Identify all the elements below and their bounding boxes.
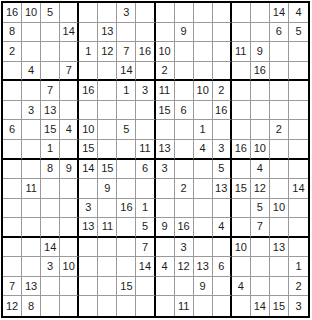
cell-r3c5[interactable]: 1 [79,42,98,62]
cell-r7c2[interactable] [22,120,41,140]
cell-r3c2[interactable] [22,42,41,62]
cell-r12c11[interactable] [194,218,213,238]
given-digit: 7 [123,46,129,57]
cell-r6c11[interactable] [194,101,213,121]
cell-r12c10[interactable]: 16 [175,218,194,238]
cell-r2c7[interactable] [117,23,136,43]
cell-r1c5[interactable] [79,3,98,23]
cell-r15c9[interactable] [156,277,175,297]
cell-r10c16[interactable]: 14 [289,179,308,199]
cell-r2c6[interactable]: 13 [98,23,117,43]
cell-r6c15[interactable] [270,101,289,121]
cell-r4c8[interactable] [136,62,155,82]
cell-r14c14[interactable] [251,257,270,277]
cell-r14c2[interactable] [22,257,41,277]
cell-r9c13[interactable] [232,160,251,180]
cell-r16c6[interactable] [98,296,117,316]
cell-r3c16[interactable] [289,42,308,62]
given-digit: 14 [63,26,75,37]
cell-r2c11[interactable] [194,23,213,43]
cell-r15c1[interactable]: 7 [3,277,22,297]
cell-r2c16[interactable]: 5 [289,23,308,43]
cell-r6c2[interactable]: 3 [22,101,41,121]
cell-r16c8[interactable] [136,296,155,316]
cell-r5c3[interactable]: 7 [41,81,60,101]
cell-r15c4[interactable] [60,277,79,297]
cell-r16c5[interactable] [79,296,98,316]
cell-r8c3[interactable]: 1 [41,140,60,160]
cell-r11c13[interactable] [232,199,251,219]
cell-r7c16[interactable] [289,120,308,140]
cell-r3c12[interactable] [213,42,232,62]
cell-r11c7[interactable]: 16 [117,199,136,219]
cell-r13c11[interactable] [194,238,213,258]
cell-r1c13[interactable] [232,3,251,23]
cell-r2c3[interactable] [41,23,60,43]
cell-r4c2[interactable]: 4 [22,62,41,82]
cell-r16c1[interactable]: 12 [3,296,22,316]
given-digit: 6 [142,163,148,174]
cell-r6c4[interactable] [60,101,79,121]
cell-r8c7[interactable] [117,140,136,160]
cell-r13c6[interactable] [98,238,117,258]
given-digit: 7 [142,242,148,253]
given-digit: 6 [181,105,187,116]
cell-r12c4[interactable] [60,218,79,238]
given-digit: 15 [101,163,113,174]
cell-r6c1[interactable] [3,101,22,121]
cell-r1c14[interactable] [251,3,270,23]
cell-r10c8[interactable] [136,179,155,199]
cell-r6c8[interactable] [136,101,155,121]
cell-r6c7[interactable] [117,101,136,121]
cell-r4c7[interactable]: 14 [117,62,136,82]
given-digit: 2 [161,65,167,76]
cell-r7c4[interactable]: 4 [60,120,79,140]
cell-r1c3[interactable]: 5 [41,3,60,23]
cell-r10c1[interactable] [3,179,22,199]
cell-r13c15[interactable]: 13 [270,238,289,258]
cell-r12c14[interactable]: 7 [251,218,270,238]
given-digit: 4 [66,124,72,135]
cell-r9c11[interactable] [194,160,213,180]
cell-r14c16[interactable]: 1 [289,257,308,277]
cell-r9c2[interactable] [22,160,41,180]
cell-r10c3[interactable] [41,179,60,199]
cell-r9c5[interactable]: 14 [79,160,98,180]
given-digit: 1 [200,124,206,135]
given-digit: 14 [292,183,304,194]
given-digit: 3 [28,105,34,116]
cell-r9c1[interactable] [3,160,22,180]
cell-r7c14[interactable] [251,120,270,140]
cell-r3c11[interactable] [194,42,213,62]
cell-r15c8[interactable] [136,277,155,297]
cell-r8c6[interactable] [98,140,117,160]
cell-r13c3[interactable]: 14 [41,238,60,258]
cell-r13c12[interactable] [213,238,232,258]
cell-r9c3[interactable]: 8 [41,160,60,180]
cell-r5c13[interactable] [232,81,251,101]
cell-r2c15[interactable]: 6 [270,23,289,43]
cell-r2c2[interactable] [22,23,41,43]
cell-r14c6[interactable] [98,257,117,277]
cell-r4c4[interactable]: 7 [60,62,79,82]
cell-r14c13[interactable] [232,257,251,277]
cell-r4c6[interactable] [98,62,117,82]
cell-r9c8[interactable]: 6 [136,160,155,180]
cell-r16c2[interactable]: 8 [22,296,41,316]
cell-r4c16[interactable] [289,62,308,82]
cell-r9c16[interactable] [289,160,308,180]
cell-r8c9[interactable]: 13 [156,140,175,160]
cell-r14c3[interactable]: 3 [41,257,60,277]
cell-r4c9[interactable]: 2 [156,62,175,82]
given-digit: 6 [218,261,224,272]
cell-r16c12[interactable] [213,296,232,316]
given-digit: 9 [181,26,187,37]
given-digit: 14 [120,65,132,76]
cell-r13c13[interactable]: 10 [232,238,251,258]
cell-r11c3[interactable] [41,199,60,219]
cell-r5c7[interactable]: 1 [117,81,136,101]
given-digit: 9 [66,163,72,174]
cell-r13c16[interactable] [289,238,308,258]
given-digit: 4 [295,7,301,18]
cell-r10c7[interactable] [117,179,136,199]
cell-r16c16[interactable]: 3 [289,296,308,316]
cell-r13c1[interactable] [3,238,22,258]
cell-r9c14[interactable]: 4 [251,160,270,180]
given-digit: 5 [47,7,53,18]
cell-r9c12[interactable]: 5 [213,160,232,180]
given-digit: 11 [178,301,189,312]
cell-r13c7[interactable] [117,238,136,258]
cell-r10c13[interactable]: 15 [232,179,251,199]
cell-r12c3[interactable] [41,218,60,238]
cell-r15c7[interactable]: 15 [117,277,136,297]
given-digit: 16 [177,221,189,232]
given-digit: 1 [295,261,301,272]
cell-r15c16[interactable]: 2 [289,277,308,297]
cell-r2c9[interactable] [156,23,175,43]
cell-r11c12[interactable] [213,199,232,219]
cell-r8c1[interactable] [3,140,22,160]
cell-r15c6[interactable] [98,277,117,297]
cell-r10c4[interactable] [60,179,79,199]
cell-r16c3[interactable] [41,296,60,316]
cell-r2c10[interactable]: 9 [175,23,194,43]
cell-r1c6[interactable] [98,3,117,23]
cell-r7c3[interactable]: 15 [41,120,60,140]
cell-r5c14[interactable] [251,81,270,101]
cell-r11c8[interactable]: 1 [136,199,155,219]
cell-r12c5[interactable]: 13 [79,218,98,238]
cell-r15c12[interactable] [213,277,232,297]
given-digit: 14 [139,261,151,272]
cell-r8c2[interactable] [22,140,41,160]
cell-r10c9[interactable] [156,179,175,199]
cell-r11c2[interactable] [22,199,41,219]
cell-r16c14[interactable]: 14 [251,296,270,316]
cell-r8c4[interactable] [60,140,79,160]
cell-r15c5[interactable] [79,277,98,297]
cell-r11c11[interactable] [194,199,213,219]
cell-r5c15[interactable] [270,81,289,101]
cell-r4c10[interactable] [175,62,194,82]
cell-r15c15[interactable] [270,277,289,297]
cell-r4c14[interactable]: 16 [251,62,270,82]
cell-r15c10[interactable] [175,277,194,297]
cell-r5c10[interactable] [175,81,194,101]
cell-r13c8[interactable]: 7 [136,238,155,258]
cell-r7c10[interactable] [175,120,194,140]
given-digit: 15 [273,301,285,312]
cell-r6c16[interactable] [289,101,308,121]
cell-r15c2[interactable]: 13 [22,277,41,297]
cell-r1c1[interactable]: 16 [3,3,22,23]
cell-r10c5[interactable] [79,179,98,199]
cell-r2c14[interactable] [251,23,270,43]
cell-r12c1[interactable] [3,218,22,238]
cell-r5c4[interactable] [60,81,79,101]
cell-r4c12[interactable] [213,62,232,82]
cell-r14c1[interactable] [3,257,22,277]
given-digit: 3 [47,261,53,272]
cell-r4c11[interactable] [194,62,213,82]
cell-r5c12[interactable]: 2 [213,81,232,101]
cell-r1c16[interactable]: 4 [289,3,308,23]
cell-r2c4[interactable]: 14 [60,23,79,43]
given-digit: 2 [295,281,301,292]
given-digit: 12 [177,261,189,272]
cell-r9c9[interactable]: 3 [156,160,175,180]
cell-r11c14[interactable]: 5 [251,199,270,219]
cell-r15c13[interactable]: 4 [232,277,251,297]
cell-r14c9[interactable]: 4 [156,257,175,277]
cell-r1c10[interactable] [175,3,194,23]
cell-r7c9[interactable] [156,120,175,140]
cell-r16c10[interactable]: 11 [175,296,194,316]
cell-r13c10[interactable]: 3 [175,238,194,258]
cell-r12c15[interactable] [270,218,289,238]
cell-r10c6[interactable]: 9 [98,179,117,199]
cell-r8c15[interactable] [270,140,289,160]
cell-r15c3[interactable] [41,277,60,297]
cell-r9c7[interactable] [117,160,136,180]
given-digit: 3 [161,163,167,174]
cell-r3c6[interactable]: 12 [98,42,117,62]
cell-r7c12[interactable] [213,120,232,140]
cell-r14c7[interactable] [117,257,136,277]
cell-r2c13[interactable] [232,23,251,43]
cell-r14c4[interactable]: 10 [60,257,79,277]
cell-r5c1[interactable] [3,81,22,101]
given-digit: 7 [257,221,263,232]
cell-r4c3[interactable] [41,62,60,82]
cell-r12c12[interactable]: 4 [213,218,232,238]
given-digit: 4 [161,261,167,272]
cell-r12c6[interactable]: 11 [98,218,117,238]
cell-r13c4[interactable] [60,238,79,258]
cell-r16c4[interactable] [60,296,79,316]
cell-r11c4[interactable] [60,199,79,219]
cell-r6c12[interactable]: 16 [213,101,232,121]
given-digit: 13 [44,105,56,116]
cell-r6c13[interactable] [232,101,251,121]
cell-r3c13[interactable]: 11 [232,42,251,62]
cell-r5c6[interactable] [98,81,117,101]
cell-r1c9[interactable] [156,3,175,23]
given-digit: 4 [28,65,34,76]
cell-r3c10[interactable] [175,42,194,62]
cell-r7c5[interactable]: 10 [79,120,98,140]
cell-r2c8[interactable] [136,23,155,43]
given-digit: 11 [25,183,36,194]
cell-r11c9[interactable] [156,199,175,219]
given-digit: 11 [102,221,113,232]
given-digit: 12 [101,46,113,57]
given-digit: 11 [159,85,170,96]
cell-r10c10[interactable]: 2 [175,179,194,199]
cell-r5c11[interactable]: 10 [194,81,213,101]
cell-r14c10[interactable]: 12 [175,257,194,277]
given-digit: 7 [9,281,15,292]
cell-r12c2[interactable] [22,218,41,238]
cell-r11c15[interactable]: 10 [270,199,289,219]
cell-r4c13[interactable] [232,62,251,82]
cell-r7c1[interactable]: 6 [3,120,22,140]
cell-r4c15[interactable] [270,62,289,82]
cell-r10c12[interactable]: 13 [213,179,232,199]
cell-r13c5[interactable] [79,238,98,258]
cell-r7c8[interactable] [136,120,155,140]
cell-r13c9[interactable] [156,238,175,258]
given-digit: 16 [215,105,227,116]
cell-r7c7[interactable]: 5 [117,120,136,140]
given-digit: 1 [85,46,91,57]
cell-r16c9[interactable] [156,296,175,316]
cell-r6c14[interactable] [251,101,270,121]
cell-r8c16[interactable] [289,140,308,160]
cell-r12c16[interactable] [289,218,308,238]
cell-r9c15[interactable] [270,160,289,180]
cell-r3c1[interactable]: 2 [3,42,22,62]
cell-r7c15[interactable]: 2 [270,120,289,140]
cell-r7c13[interactable] [232,120,251,140]
cell-r12c8[interactable]: 5 [136,218,155,238]
cell-r8c5[interactable]: 15 [79,140,98,160]
cell-r16c15[interactable]: 15 [270,296,289,316]
cell-r15c11[interactable]: 9 [194,277,213,297]
cell-r8c8[interactable]: 11 [136,140,155,160]
cell-r16c7[interactable] [117,296,136,316]
cell-r1c12[interactable] [213,3,232,23]
cell-r1c11[interactable] [194,3,213,23]
cell-r9c6[interactable]: 15 [98,160,117,180]
cell-r15c14[interactable] [251,277,270,297]
cell-r5c2[interactable] [22,81,41,101]
cell-r10c11[interactable] [194,179,213,199]
cell-r14c12[interactable]: 6 [213,257,232,277]
cell-r1c8[interactable] [136,3,155,23]
cell-r6c3[interactable]: 13 [41,101,60,121]
cell-r7c6[interactable] [98,120,117,140]
cell-r9c4[interactable]: 9 [60,160,79,180]
cell-r9c10[interactable] [175,160,194,180]
cell-r3c9[interactable]: 10 [156,42,175,62]
cell-r11c10[interactable] [175,199,194,219]
cell-r3c8[interactable]: 16 [136,42,155,62]
given-digit: 3 [295,301,301,312]
cell-r11c5[interactable]: 3 [79,199,98,219]
cell-r1c4[interactable] [60,3,79,23]
cell-r14c11[interactable]: 13 [194,257,213,277]
cell-r11c1[interactable] [3,199,22,219]
cell-r8c10[interactable] [175,140,194,160]
cell-r3c15[interactable] [270,42,289,62]
sudoku-board: 1610531448141396521127161011947142167161… [1,1,310,318]
given-digit: 10 [235,242,247,253]
cell-r14c5[interactable] [79,257,98,277]
cell-r12c7[interactable] [117,218,136,238]
cell-r6c5[interactable] [79,101,98,121]
given-digit: 13 [101,26,113,37]
cell-r1c15[interactable]: 14 [270,3,289,23]
cell-r2c12[interactable] [213,23,232,43]
cell-r5c8[interactable]: 3 [136,81,155,101]
given-digit: 16 [235,143,247,154]
cell-r8c11[interactable]: 4 [194,140,213,160]
cell-r8c12[interactable]: 3 [213,140,232,160]
cell-r7c11[interactable]: 1 [194,120,213,140]
cell-r1c7[interactable]: 3 [117,3,136,23]
cell-r3c3[interactable] [41,42,60,62]
cell-r10c14[interactable]: 12 [251,179,270,199]
given-digit: 16 [139,46,151,57]
cell-r1c2[interactable]: 10 [22,3,41,23]
cell-r3c4[interactable] [60,42,79,62]
cell-r8c14[interactable]: 10 [251,140,270,160]
cell-r14c15[interactable] [270,257,289,277]
cell-r3c7[interactable]: 7 [117,42,136,62]
cell-r16c11[interactable] [194,296,213,316]
cell-r5c9[interactable]: 11 [156,81,175,101]
cell-r5c16[interactable] [289,81,308,101]
cell-r13c14[interactable] [251,238,270,258]
cell-r10c15[interactable] [270,179,289,199]
cell-r8c13[interactable]: 16 [232,140,251,160]
cell-r3c14[interactable]: 9 [251,42,270,62]
cell-r2c1[interactable]: 8 [3,23,22,43]
cell-r11c6[interactable] [98,199,117,219]
cell-r12c13[interactable] [232,218,251,238]
cell-r16c13[interactable] [232,296,251,316]
given-digit: 7 [47,85,53,96]
cell-r4c1[interactable] [3,62,22,82]
cell-r4c5[interactable] [79,62,98,82]
cell-r11c16[interactable] [289,199,308,219]
cell-r6c9[interactable]: 15 [156,101,175,121]
cell-r12c9[interactable]: 9 [156,218,175,238]
cell-r6c10[interactable]: 6 [175,101,194,121]
cell-r14c8[interactable]: 14 [136,257,155,277]
cell-r6c6[interactable] [98,101,117,121]
cell-r5c5[interactable]: 16 [79,81,98,101]
cell-r10c2[interactable]: 11 [22,179,41,199]
cell-r13c2[interactable] [22,238,41,258]
cell-r2c5[interactable] [79,23,98,43]
